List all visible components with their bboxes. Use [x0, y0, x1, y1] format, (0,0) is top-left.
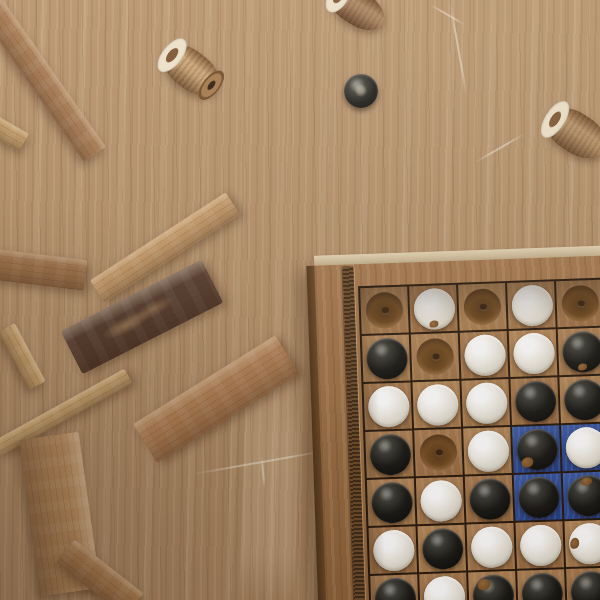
black-disc	[374, 577, 416, 600]
white-disc	[565, 427, 600, 469]
white-disc	[423, 576, 465, 600]
cell-r2c2[interactable]	[411, 333, 460, 381]
cell-r1c4[interactable]	[507, 281, 556, 329]
black-disc	[561, 331, 600, 373]
round-peg-top-center	[323, 0, 392, 38]
othello-board	[306, 246, 600, 600]
black-disc	[517, 476, 559, 518]
piece-pit	[463, 288, 501, 325]
board-frame	[306, 256, 600, 600]
cell-r1c3[interactable]	[458, 283, 507, 331]
paint-chip-mark	[477, 579, 490, 590]
cell-r2c4[interactable]	[509, 329, 558, 377]
stick-left-horizontal	[0, 248, 88, 290]
white-disc	[519, 524, 561, 566]
white-disc	[467, 430, 509, 472]
cell-r5c5[interactable]	[563, 472, 600, 520]
paint-chip-mark	[577, 363, 586, 370]
black-disc	[563, 379, 600, 421]
photo-scene	[0, 0, 600, 600]
piece-pit	[561, 285, 599, 322]
white-disc	[568, 523, 600, 565]
cell-r6c2[interactable]	[418, 525, 467, 573]
white-disc	[416, 384, 458, 426]
cell-r3c3[interactable]	[461, 379, 510, 427]
cell-r2c1[interactable]	[362, 334, 411, 382]
cell-r7c2[interactable]	[419, 573, 468, 600]
cell-r3c1[interactable]	[364, 382, 413, 430]
cell-r5c2[interactable]	[416, 477, 465, 525]
black-disc	[570, 571, 600, 600]
white-disc	[511, 284, 553, 326]
white-disc	[372, 529, 414, 571]
loose-black-disc	[344, 74, 378, 108]
cell-r6c3[interactable]	[466, 523, 515, 571]
black-disc	[421, 528, 463, 570]
black-disc	[566, 475, 600, 517]
cell-r3c4[interactable]	[510, 377, 559, 425]
black-disc	[468, 478, 510, 520]
stick-small-steep	[0, 322, 46, 389]
black-disc	[521, 572, 563, 600]
cell-r6c1[interactable]	[369, 526, 418, 574]
white-disc	[512, 332, 554, 374]
cell-r4c1[interactable]	[365, 430, 414, 478]
white-disc	[419, 480, 461, 522]
white-disc	[413, 288, 455, 330]
cell-r7c4[interactable]	[517, 569, 566, 600]
cell-r7c5[interactable]	[566, 567, 600, 600]
cell-r1c1[interactable]	[360, 286, 409, 334]
paint-chip-mark	[521, 457, 533, 467]
table-scratch-4	[475, 133, 524, 163]
cell-r4c2[interactable]	[414, 429, 463, 477]
piece-pit	[365, 292, 403, 329]
paint-chip-mark	[580, 477, 591, 485]
black-disc	[516, 428, 558, 470]
cell-r5c3[interactable]	[465, 475, 514, 523]
cell-r4c5[interactable]	[561, 424, 600, 472]
black-disc	[365, 338, 407, 380]
black-disc	[472, 574, 514, 600]
cell-r6c5[interactable]	[564, 520, 600, 568]
cell-r1c2[interactable]	[409, 285, 458, 333]
cell-r3c2[interactable]	[412, 381, 461, 429]
cell-r6c4[interactable]	[515, 521, 564, 569]
black-disc	[370, 481, 412, 523]
cell-r2c3[interactable]	[460, 331, 509, 379]
round-peg-right	[537, 98, 600, 167]
cell-r5c4[interactable]	[514, 473, 563, 521]
cell-r5c1[interactable]	[367, 478, 416, 526]
black-disc	[369, 433, 411, 475]
paint-chip-mark	[429, 320, 438, 327]
cell-r3c5[interactable]	[559, 376, 600, 424]
white-disc	[367, 386, 409, 428]
cell-r7c3[interactable]	[468, 571, 517, 600]
cell-r4c3[interactable]	[463, 427, 512, 475]
stick-left-edge-small	[0, 113, 29, 151]
board-left-edge	[306, 266, 327, 600]
white-disc	[463, 334, 505, 376]
table-scratch-2	[430, 4, 466, 26]
white-disc	[470, 526, 512, 568]
round-peg-top-left	[154, 35, 228, 104]
paint-chip-mark	[570, 538, 579, 549]
piece-pit	[416, 338, 454, 375]
piece-pit	[419, 434, 457, 471]
board-grid	[358, 278, 600, 600]
cell-r1c5[interactable]	[556, 280, 600, 328]
white-disc	[465, 382, 507, 424]
cell-r7c1[interactable]	[370, 574, 419, 600]
cell-r2c5[interactable]	[558, 328, 600, 376]
black-disc	[514, 380, 556, 422]
cell-r4c4[interactable]	[512, 425, 561, 473]
